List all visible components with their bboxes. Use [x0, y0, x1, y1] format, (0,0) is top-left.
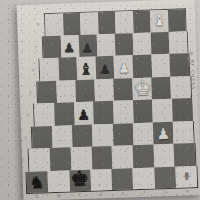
square-e4 — [113, 100, 133, 123]
square-h5 — [171, 76, 191, 99]
square-f2 — [133, 144, 154, 167]
file-label-g: G — [164, 190, 167, 195]
file-label-c: C — [79, 193, 82, 198]
square-e1 — [111, 168, 133, 190]
square-b5 — [56, 80, 76, 103]
square-b7 — [60, 35, 79, 58]
square-g3 — [153, 121, 174, 144]
square-h6 — [170, 53, 189, 76]
square-g4 — [152, 99, 172, 122]
square-h3 — [173, 121, 194, 144]
square-b1 — [48, 170, 70, 192]
square-c2 — [70, 147, 91, 170]
square-b8 — [62, 13, 80, 35]
square-b6 — [58, 57, 77, 80]
square-d7 — [96, 33, 115, 56]
file-label-a: A — [36, 194, 39, 199]
square-f7 — [132, 32, 151, 55]
square-c1 — [69, 169, 91, 191]
square-d6 — [95, 56, 114, 79]
square-e6 — [114, 55, 133, 78]
square-d4 — [93, 101, 113, 124]
square-d1 — [90, 168, 112, 190]
square-b4 — [54, 102, 74, 125]
square-d3 — [92, 123, 113, 146]
file-label-f: F — [143, 190, 145, 195]
square-g6 — [151, 54, 170, 77]
square-e8 — [115, 11, 133, 33]
rank-label-4: 4 — [26, 113, 29, 118]
square-g1 — [154, 166, 176, 188]
double-crown-logo-icon: ♛♛ — [183, 172, 190, 181]
rank-label-1: 1 — [18, 180, 21, 185]
square-f6 — [132, 55, 151, 78]
square-h4 — [172, 98, 192, 121]
square-a1 — [26, 171, 48, 193]
rank-label-3: 3 — [24, 135, 27, 140]
square-a5 — [37, 80, 57, 103]
square-c3 — [72, 124, 93, 147]
rank-label-5: 5 — [29, 90, 32, 95]
square-a8 — [45, 14, 63, 36]
square-e7 — [114, 33, 133, 56]
square-e5 — [113, 78, 133, 101]
square-f8 — [132, 11, 150, 33]
square-a7 — [42, 35, 61, 58]
file-label-d: D — [100, 192, 103, 197]
board-photo: ♝♟♟♝♟♟♚♟♟♞♚ © NF CHESS ♛♛ 87654321ABCDEF… — [0, 0, 200, 200]
rank-label-7: 7 — [34, 45, 37, 50]
square-d5 — [94, 78, 114, 101]
square-a2 — [29, 148, 50, 171]
rank-label-2: 2 — [21, 158, 24, 163]
square-f3 — [133, 122, 154, 145]
square-g8 — [150, 10, 168, 32]
file-label-h: H — [186, 189, 189, 194]
square-g2 — [153, 144, 174, 167]
square-c6 — [77, 56, 96, 79]
square-g7 — [150, 31, 169, 54]
square-c4 — [74, 102, 94, 125]
square-g5 — [152, 76, 172, 99]
square-b3 — [52, 125, 73, 148]
square-a6 — [40, 58, 59, 81]
square-a3 — [32, 126, 53, 149]
square-d2 — [91, 146, 112, 169]
square-h2 — [174, 143, 195, 166]
chess-mat: ♝♟♟♝♟♟♚♟♟♞♚ © NF CHESS ♛♛ 87654321ABCDEF… — [17, 0, 200, 200]
square-c7 — [78, 34, 97, 57]
board-grid — [17, 8, 200, 194]
square-f5 — [132, 77, 152, 100]
square-c5 — [75, 79, 95, 102]
square-e2 — [112, 145, 133, 168]
rank-label-8: 8 — [37, 22, 40, 27]
square-b2 — [50, 147, 71, 170]
square-h7 — [168, 31, 187, 54]
file-label-e: E — [122, 191, 125, 196]
square-e3 — [112, 123, 133, 146]
rank-label-6: 6 — [32, 67, 35, 72]
square-h8 — [167, 9, 185, 31]
square-a4 — [34, 103, 54, 126]
square-f1 — [133, 167, 155, 189]
board-row-rank-1 — [25, 165, 198, 193]
file-label-b: B — [57, 193, 60, 198]
square-f4 — [133, 99, 153, 122]
square-c8 — [80, 12, 98, 34]
square-d8 — [97, 12, 115, 34]
